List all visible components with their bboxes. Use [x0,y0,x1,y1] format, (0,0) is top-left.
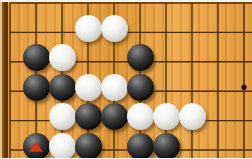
white-stone-c5r4[interactable] [101,74,128,101]
white-stone-c6r5[interactable] [127,103,154,130]
black-stone-c6r4[interactable] [127,74,154,101]
black-stone-c6r6[interactable] [127,133,154,159]
go-board-screenshot [0,0,252,158]
black-stone-c5r5[interactable] [101,103,128,130]
white-stone-c4r2[interactable] [75,15,102,42]
white-stone-c3r3[interactable] [49,44,76,71]
black-stone-c2r4[interactable] [23,74,50,101]
star-point [241,85,246,90]
white-stone-c8r5[interactable] [179,103,206,130]
white-stone-c4r4[interactable] [75,74,102,101]
white-stone-c3r5[interactable] [49,103,76,130]
page-background-sliver [0,0,252,2]
black-stone-c6r3[interactable] [127,44,154,71]
board-left-edge [0,2,8,158]
black-stone-c4r6[interactable] [75,133,102,159]
white-stone-c5r2[interactable] [101,15,128,42]
marked-black-stone-c2r6[interactable] [23,133,50,159]
black-stone-c7r6[interactable] [153,133,180,159]
white-stone-c7r5[interactable] [153,103,180,130]
white-stone-c3r6[interactable] [49,133,76,159]
black-stone-c4r5[interactable] [75,103,102,130]
black-stone-c2r3[interactable] [23,44,50,71]
last-move-triangle-marker [29,142,43,152]
black-stone-c3r4[interactable] [49,74,76,101]
